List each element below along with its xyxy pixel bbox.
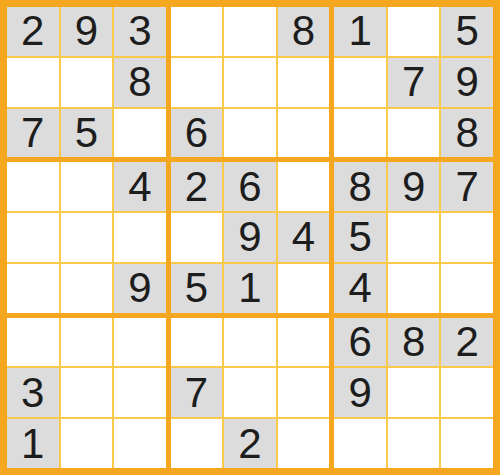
cell-r4c3: 4 [114, 162, 166, 211]
box-2: 86 [171, 7, 330, 157]
cell-r7c8: 8 [388, 318, 440, 367]
cell-r4c8: 9 [388, 162, 440, 211]
cell-r9c6[interactable] [278, 419, 330, 468]
cell-r8c3[interactable] [114, 368, 166, 417]
cell-r6c1[interactable] [7, 264, 59, 313]
cell-r5c4[interactable] [171, 213, 223, 262]
cell-r7c1[interactable] [7, 318, 59, 367]
cell-r2c6[interactable] [278, 58, 330, 107]
cell-r7c9: 2 [441, 318, 493, 367]
cell-r3c8[interactable] [388, 109, 440, 158]
cell-r1c6: 8 [278, 7, 330, 56]
cell-r9c7[interactable] [334, 419, 386, 468]
cell-r3c4: 6 [171, 109, 223, 158]
cell-r3c9: 8 [441, 109, 493, 158]
cell-r6c4: 5 [171, 264, 223, 313]
cell-r5c7: 5 [334, 213, 386, 262]
cell-r4c1[interactable] [7, 162, 59, 211]
cell-r2c5[interactable] [224, 58, 276, 107]
cell-r6c9[interactable] [441, 264, 493, 313]
cell-r5c6: 4 [278, 213, 330, 262]
cell-r5c9[interactable] [441, 213, 493, 262]
cell-r8c7: 9 [334, 368, 386, 417]
cell-r1c3: 3 [114, 7, 166, 56]
cell-r9c5: 2 [224, 419, 276, 468]
cell-r6c6[interactable] [278, 264, 330, 313]
cell-r3c2: 5 [61, 109, 113, 158]
cell-r4c9: 7 [441, 162, 493, 211]
cell-r6c2[interactable] [61, 264, 113, 313]
cell-r9c8[interactable] [388, 419, 440, 468]
box-3: 15798 [334, 7, 493, 157]
cell-r8c5[interactable] [224, 368, 276, 417]
cell-r7c2[interactable] [61, 318, 113, 367]
cell-r3c7[interactable] [334, 109, 386, 158]
cell-r9c9[interactable] [441, 419, 493, 468]
cell-r4c5: 6 [224, 162, 276, 211]
cell-r6c7: 4 [334, 264, 386, 313]
box-6: 89754 [334, 162, 493, 312]
cell-r7c4[interactable] [171, 318, 223, 367]
cell-r1c5[interactable] [224, 7, 276, 56]
cell-r6c8[interactable] [388, 264, 440, 313]
cell-r7c7: 6 [334, 318, 386, 367]
cell-r5c2[interactable] [61, 213, 113, 262]
cell-r8c4: 7 [171, 368, 223, 417]
cell-r2c2[interactable] [61, 58, 113, 107]
box-5: 269451 [171, 162, 330, 312]
cell-r8c8[interactable] [388, 368, 440, 417]
cell-r1c8[interactable] [388, 7, 440, 56]
cell-r7c5[interactable] [224, 318, 276, 367]
cell-r8c2[interactable] [61, 368, 113, 417]
cell-r1c7: 1 [334, 7, 386, 56]
cell-r2c4[interactable] [171, 58, 223, 107]
cell-r3c3[interactable] [114, 109, 166, 158]
cell-r3c1: 7 [7, 109, 59, 158]
cell-r2c3: 8 [114, 58, 166, 107]
cell-r3c6[interactable] [278, 109, 330, 158]
box-8: 72 [171, 318, 330, 468]
box-1: 293875 [7, 7, 166, 157]
cell-r7c3[interactable] [114, 318, 166, 367]
cell-r8c9[interactable] [441, 368, 493, 417]
cell-r5c5: 9 [224, 213, 276, 262]
cell-r2c9: 9 [441, 58, 493, 107]
cell-r1c2: 9 [61, 7, 113, 56]
cell-r9c1: 1 [7, 419, 59, 468]
cell-r7c6[interactable] [278, 318, 330, 367]
cell-r8c1: 3 [7, 368, 59, 417]
cell-r4c4: 2 [171, 162, 223, 211]
cell-r8c6[interactable] [278, 368, 330, 417]
cell-r5c8[interactable] [388, 213, 440, 262]
cell-r6c3: 9 [114, 264, 166, 313]
box-7: 31 [7, 318, 166, 468]
cell-r2c8: 7 [388, 58, 440, 107]
cell-r9c2[interactable] [61, 419, 113, 468]
cell-r9c4[interactable] [171, 419, 223, 468]
cell-r1c9: 5 [441, 7, 493, 56]
box-9: 6829 [334, 318, 493, 468]
cell-r5c3[interactable] [114, 213, 166, 262]
box-4: 49 [7, 162, 166, 312]
cell-r1c4[interactable] [171, 7, 223, 56]
cell-r6c5: 1 [224, 264, 276, 313]
cell-r5c1[interactable] [7, 213, 59, 262]
cell-r2c7[interactable] [334, 58, 386, 107]
cell-r9c3[interactable] [114, 419, 166, 468]
cell-r4c2[interactable] [61, 162, 113, 211]
cell-r4c6[interactable] [278, 162, 330, 211]
cell-r1c1: 2 [7, 7, 59, 56]
cell-r2c1[interactable] [7, 58, 59, 107]
cell-r3c5[interactable] [224, 109, 276, 158]
cell-r4c7: 8 [334, 162, 386, 211]
sudoku-board: 2938758615798492694518975431726829 [0, 0, 500, 475]
